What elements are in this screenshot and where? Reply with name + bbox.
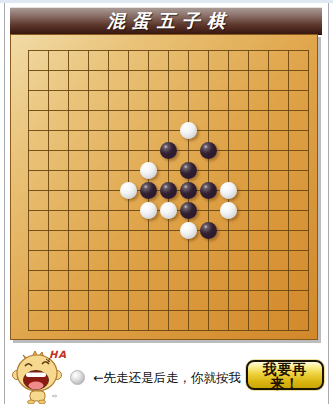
black-stone bbox=[160, 182, 177, 199]
game-title: 混蛋五子棋 bbox=[100, 9, 232, 33]
mascot-ha-label: HA bbox=[49, 349, 67, 360]
board[interactable] bbox=[10, 34, 318, 340]
stone-picker-button[interactable] bbox=[70, 370, 85, 385]
white-stone bbox=[120, 182, 137, 199]
window-left-border bbox=[4, 3, 5, 404]
black-stone bbox=[200, 142, 217, 159]
play-again-button[interactable]: 我要再来！ bbox=[246, 360, 324, 390]
black-stone bbox=[200, 222, 217, 239]
black-stone bbox=[180, 202, 197, 219]
game-window: 混蛋五子棋 bbox=[0, 0, 333, 404]
white-stone bbox=[160, 202, 177, 219]
black-stone bbox=[200, 182, 217, 199]
black-stone bbox=[160, 142, 177, 159]
black-stone bbox=[140, 182, 157, 199]
window-top-edge bbox=[0, 0, 333, 3]
white-stone bbox=[140, 202, 157, 219]
title-bar: 混蛋五子棋 bbox=[10, 7, 322, 35]
control-bar: HA ←先走还是后走，你就按我 我要再来！ bbox=[5, 348, 328, 404]
white-stone bbox=[180, 222, 197, 239]
white-stone bbox=[220, 182, 237, 199]
black-stone bbox=[180, 182, 197, 199]
white-stone bbox=[180, 122, 197, 139]
white-stone bbox=[140, 162, 157, 179]
white-stone bbox=[220, 202, 237, 219]
black-stone bbox=[180, 162, 197, 179]
window-right-border bbox=[328, 3, 329, 404]
turn-choice-prompt: ←先走还是后走，你就按我 bbox=[93, 370, 241, 387]
